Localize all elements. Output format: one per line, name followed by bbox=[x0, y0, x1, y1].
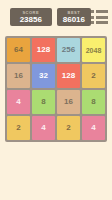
tile-8: 8 bbox=[82, 90, 105, 114]
tile-2: 2 bbox=[82, 64, 105, 88]
board-grid[interactable]: 64128256204816321282481682424 bbox=[5, 36, 107, 142]
tile-8: 8 bbox=[32, 90, 55, 114]
app-2048: SCORE 23856 BEST 86016 64128256204816321… bbox=[0, 0, 112, 200]
menu-dot bbox=[91, 21, 94, 24]
tile-64: 64 bbox=[7, 38, 30, 62]
tile-4: 4 bbox=[7, 90, 30, 114]
tile-128: 128 bbox=[57, 64, 80, 88]
header: SCORE 23856 BEST 86016 bbox=[10, 8, 108, 26]
menu-dot bbox=[91, 16, 94, 19]
tile-32: 32 bbox=[32, 64, 55, 88]
score-value: 23856 bbox=[20, 16, 42, 24]
score-box: SCORE 23856 bbox=[10, 8, 52, 26]
best-value: 86016 bbox=[63, 16, 85, 24]
list-menu-icon[interactable] bbox=[91, 10, 108, 24]
menu-row bbox=[91, 16, 108, 19]
tile-2048: 2048 bbox=[82, 38, 105, 62]
tile-256: 256 bbox=[57, 38, 80, 62]
tile-4: 4 bbox=[82, 116, 105, 140]
best-label: BEST bbox=[68, 11, 81, 15]
best-box: BEST 86016 bbox=[57, 8, 92, 26]
score-label: SCORE bbox=[22, 11, 39, 15]
menu-line bbox=[96, 10, 108, 13]
tile-16: 16 bbox=[7, 64, 30, 88]
menu-line bbox=[96, 21, 108, 24]
menu-row bbox=[91, 10, 108, 13]
tile-4: 4 bbox=[32, 116, 55, 140]
menu-dot bbox=[91, 10, 94, 13]
menu-line bbox=[96, 16, 108, 19]
menu-row bbox=[91, 21, 108, 24]
tile-2: 2 bbox=[7, 116, 30, 140]
tile-128: 128 bbox=[32, 38, 55, 62]
tile-16: 16 bbox=[57, 90, 80, 114]
tile-2: 2 bbox=[57, 116, 80, 140]
